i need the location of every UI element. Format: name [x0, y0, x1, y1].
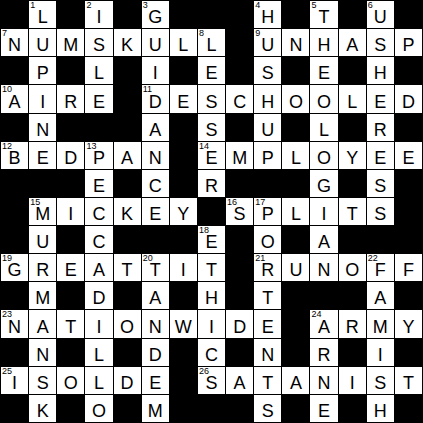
- cell-r9c6[interactable]: I: [170, 254, 197, 281]
- cell-r0c11[interactable]: 5T: [310, 1, 337, 28]
- cell-r5c1[interactable]: E: [29, 142, 56, 169]
- cell-letter: N: [149, 318, 162, 338]
- cell-r6c13[interactable]: S: [367, 170, 394, 197]
- cell-r6c7[interactable]: R: [198, 170, 225, 197]
- cell-r11c13[interactable]: M: [367, 310, 394, 337]
- cell-r8c3[interactable]: C: [85, 226, 112, 253]
- clue-number-8: 8: [199, 29, 204, 39]
- cell-letter: A: [346, 36, 358, 56]
- cell-r1c0[interactable]: 7N: [1, 29, 28, 56]
- clue-number-15: 15: [30, 198, 40, 208]
- cell-letter: I: [68, 205, 73, 225]
- cell-r1c11[interactable]: H: [310, 29, 337, 56]
- cell-r10c9[interactable]: T: [254, 282, 281, 309]
- clue-number-23: 23: [2, 310, 12, 320]
- black-cell-r2c12: [339, 57, 366, 84]
- cell-letter: B: [9, 149, 21, 169]
- cell-letter: M: [63, 36, 78, 56]
- cell-r5c14[interactable]: E: [395, 142, 422, 169]
- cell-r1c9[interactable]: 9U: [254, 29, 281, 56]
- black-cell-r10c0: [1, 282, 28, 309]
- cell-r13c11[interactable]: N: [310, 367, 337, 394]
- cell-letter: M: [148, 402, 163, 422]
- black-cell-r3c4: [114, 85, 141, 112]
- clue-number-17: 17: [255, 198, 265, 208]
- cell-r9c1[interactable]: R: [29, 254, 56, 281]
- clue-number-25: 25: [2, 367, 12, 377]
- cell-letter: U: [374, 8, 387, 28]
- black-cell-r0c7: [198, 1, 225, 28]
- cell-letter: U: [261, 121, 274, 141]
- cell-r5c7[interactable]: 14E: [198, 142, 225, 169]
- cell-r4c9[interactable]: U: [254, 114, 281, 141]
- cell-r11c12[interactable]: R: [339, 310, 366, 337]
- cell-r3c8[interactable]: C: [226, 85, 253, 112]
- cell-r7c10[interactable]: L: [282, 198, 309, 225]
- cell-letter: T: [150, 261, 161, 281]
- cell-r4c7[interactable]: S: [198, 114, 225, 141]
- cell-r3c0[interactable]: 10A: [1, 85, 28, 112]
- clue-number-24: 24: [311, 310, 321, 320]
- cell-letter: R: [36, 261, 49, 281]
- cell-letter: Y: [177, 205, 189, 225]
- cell-letter: M: [232, 149, 247, 169]
- cell-r13c1[interactable]: S: [29, 367, 56, 394]
- cell-letter: H: [374, 64, 387, 84]
- cell-letter: C: [233, 93, 246, 113]
- cell-letter: S: [234, 205, 246, 225]
- black-cell-r14c2: [57, 395, 84, 422]
- black-cell-r12c0: [1, 339, 28, 366]
- cell-r5c8[interactable]: M: [226, 142, 253, 169]
- cell-r5c0[interactable]: 12B: [1, 142, 28, 169]
- black-cell-r10c11: [310, 282, 337, 309]
- cell-letter: H: [261, 8, 274, 28]
- cell-r2c7[interactable]: E: [198, 57, 225, 84]
- black-cell-r7c14: [395, 198, 422, 225]
- cell-r13c3[interactable]: L: [85, 367, 112, 394]
- cell-letter: T: [403, 374, 414, 394]
- cell-letter: D: [233, 318, 246, 338]
- cell-r9c12[interactable]: O: [339, 254, 366, 281]
- cell-letter: P: [402, 36, 414, 56]
- cell-r14c1[interactable]: K: [29, 395, 56, 422]
- cell-r5c10[interactable]: L: [282, 142, 309, 169]
- black-cell-r10c6: [170, 282, 197, 309]
- cell-r7c6[interactable]: Y: [170, 198, 197, 225]
- cell-r10c13[interactable]: A: [367, 282, 394, 309]
- cell-r10c1[interactable]: M: [29, 282, 56, 309]
- cell-r10c5[interactable]: A: [142, 282, 169, 309]
- cell-letter: T: [347, 205, 358, 225]
- cell-letter: O: [317, 149, 331, 169]
- cell-letter: G: [8, 261, 22, 281]
- cell-letter: S: [93, 36, 105, 56]
- cell-r9c3[interactable]: A: [85, 254, 112, 281]
- cell-r9c13[interactable]: 22F: [367, 254, 394, 281]
- cell-letter: S: [262, 64, 274, 84]
- black-cell-r0c14: [395, 1, 422, 28]
- cell-letter: I: [96, 318, 101, 338]
- cell-letter: D: [64, 149, 77, 169]
- cell-r1c7[interactable]: 8L: [198, 29, 225, 56]
- cell-r7c5[interactable]: E: [142, 198, 169, 225]
- black-cell-r6c12: [339, 170, 366, 197]
- clue-number-16: 16: [227, 198, 237, 208]
- cell-r13c5[interactable]: E: [142, 367, 169, 394]
- black-cell-r6c6: [170, 170, 197, 197]
- cell-r2c13[interactable]: H: [367, 57, 394, 84]
- clue-number-7: 7: [2, 29, 7, 39]
- cell-r1c14[interactable]: P: [395, 29, 422, 56]
- cell-r2c5[interactable]: I: [142, 57, 169, 84]
- cell-r11c1[interactable]: A: [29, 310, 56, 337]
- black-cell-r8c4: [114, 226, 141, 253]
- cell-r9c7[interactable]: T: [198, 254, 225, 281]
- cell-letter: S: [37, 374, 49, 394]
- cell-r13c14[interactable]: T: [395, 367, 422, 394]
- black-cell-r4c6: [170, 114, 197, 141]
- cell-r13c12[interactable]: I: [339, 367, 366, 394]
- black-cell-r4c2: [57, 114, 84, 141]
- cell-r3c3[interactable]: E: [85, 85, 112, 112]
- cell-r6c11[interactable]: G: [310, 170, 337, 197]
- cell-r13c0[interactable]: 25I: [1, 367, 28, 394]
- cell-letter: E: [318, 402, 330, 422]
- cell-letter: I: [96, 8, 101, 28]
- cell-letter: T: [319, 8, 330, 28]
- cell-r7c1[interactable]: 15M: [29, 198, 56, 225]
- cell-r3c7[interactable]: S: [198, 85, 225, 112]
- cell-r12c9[interactable]: N: [254, 339, 281, 366]
- clue-number-12: 12: [2, 142, 12, 152]
- cell-r6c5[interactable]: C: [142, 170, 169, 197]
- cell-r13c4[interactable]: D: [114, 367, 141, 394]
- cell-r12c3[interactable]: L: [85, 339, 112, 366]
- cell-r2c11[interactable]: E: [310, 57, 337, 84]
- clue-number-18: 18: [199, 226, 209, 236]
- cell-r5c4[interactable]: A: [114, 142, 141, 169]
- cell-r2c3[interactable]: L: [85, 57, 112, 84]
- cell-letter: N: [8, 36, 21, 56]
- black-cell-r14c6: [170, 395, 197, 422]
- cell-letter: A: [318, 233, 330, 253]
- cell-letter: T: [262, 374, 273, 394]
- cell-letter: N: [289, 36, 302, 56]
- cell-letter: R: [64, 93, 77, 113]
- cell-r3c6[interactable]: E: [170, 85, 197, 112]
- cell-r8c1[interactable]: U: [29, 226, 56, 253]
- cell-r13c9[interactable]: T: [254, 367, 281, 394]
- cell-letter: N: [261, 346, 274, 366]
- cell-r9c2[interactable]: E: [57, 254, 84, 281]
- cell-letter: F: [375, 261, 386, 281]
- cell-letter: E: [93, 177, 105, 197]
- cell-r3c12[interactable]: L: [339, 85, 366, 112]
- cell-letter: P: [262, 205, 274, 225]
- cell-r1c3[interactable]: S: [85, 29, 112, 56]
- cell-r7c12[interactable]: T: [339, 198, 366, 225]
- black-cell-r4c4: [114, 114, 141, 141]
- clue-number-22: 22: [368, 254, 378, 264]
- cell-letter: E: [205, 64, 217, 84]
- cell-letter: A: [374, 289, 386, 309]
- cell-letter: U: [261, 36, 274, 56]
- cell-r0c13[interactable]: 6U: [367, 1, 394, 28]
- cell-r13c10[interactable]: A: [282, 367, 309, 394]
- cell-letter: E: [318, 64, 330, 84]
- cell-r14c5[interactable]: M: [142, 395, 169, 422]
- cell-r9c11[interactable]: N: [310, 254, 337, 281]
- cell-letter: N: [36, 121, 49, 141]
- cell-r1c12[interactable]: A: [339, 29, 366, 56]
- cell-r4c5[interactable]: A: [142, 114, 169, 141]
- cell-r12c13[interactable]: I: [367, 339, 394, 366]
- black-cell-r4c0: [1, 114, 28, 141]
- black-cell-r2c0: [1, 57, 28, 84]
- cell-r11c11[interactable]: 24A: [310, 310, 337, 337]
- cell-letter: C: [205, 346, 218, 366]
- cell-r3c9[interactable]: H: [254, 85, 281, 112]
- cell-r1c6[interactable]: L: [170, 29, 197, 56]
- cell-r0c3[interactable]: 2I: [85, 1, 112, 28]
- cell-letter: R: [261, 261, 274, 281]
- black-cell-r8c12: [339, 226, 366, 253]
- cell-r13c2[interactable]: O: [57, 367, 84, 394]
- cell-letter: D: [402, 93, 415, 113]
- cell-letter: T: [206, 261, 217, 281]
- cell-letter: C: [92, 205, 105, 225]
- cell-r5c5[interactable]: N: [142, 142, 169, 169]
- cell-r11c9[interactable]: E: [254, 310, 281, 337]
- cell-r3c1[interactable]: I: [29, 85, 56, 112]
- cell-r7c3[interactable]: C: [85, 198, 112, 225]
- cell-r11c7[interactable]: I: [198, 310, 225, 337]
- cell-r9c14[interactable]: F: [395, 254, 422, 281]
- cell-r2c1[interactable]: P: [29, 57, 56, 84]
- black-cell-r12c8: [226, 339, 253, 366]
- cell-r8c7[interactable]: 18E: [198, 226, 225, 253]
- cell-r12c11[interactable]: R: [310, 339, 337, 366]
- cell-r9c4[interactable]: T: [114, 254, 141, 281]
- cell-r4c1[interactable]: N: [29, 114, 56, 141]
- clue-number-5: 5: [311, 1, 316, 11]
- cell-letter: P: [37, 64, 49, 84]
- cell-r13c7[interactable]: 26S: [198, 367, 225, 394]
- cell-letter: N: [8, 318, 21, 338]
- cell-letter: H: [205, 289, 218, 309]
- cell-r7c2[interactable]: I: [57, 198, 84, 225]
- cell-r5c12[interactable]: Y: [339, 142, 366, 169]
- cell-letter: D: [149, 93, 162, 113]
- cell-r11c4[interactable]: O: [114, 310, 141, 337]
- cell-r11c3[interactable]: I: [85, 310, 112, 337]
- cell-letter: O: [64, 374, 78, 394]
- cell-r9c10[interactable]: U: [282, 254, 309, 281]
- cell-r7c8[interactable]: 16S: [226, 198, 253, 225]
- black-cell-r0c12: [339, 1, 366, 28]
- cell-letter: L: [94, 374, 104, 394]
- cell-r11c6[interactable]: W: [170, 310, 197, 337]
- cell-letter: O: [92, 402, 106, 422]
- cell-r1c2[interactable]: M: [57, 29, 84, 56]
- cell-r14c13[interactable]: H: [367, 395, 394, 422]
- cell-r9c5[interactable]: 20T: [142, 254, 169, 281]
- cell-letter: P: [93, 149, 105, 169]
- cell-letter: L: [291, 149, 301, 169]
- cell-letter: L: [178, 36, 188, 56]
- cell-letter: N: [36, 346, 49, 366]
- black-cell-r10c4: [114, 282, 141, 309]
- black-cell-r9c8: [226, 254, 253, 281]
- cell-r7c4[interactable]: K: [114, 198, 141, 225]
- cell-letter: M: [35, 289, 50, 309]
- clue-number-6: 6: [368, 1, 373, 11]
- cell-letter: U: [289, 261, 302, 281]
- clue-number-11: 11: [143, 85, 152, 95]
- cell-letter: R: [374, 121, 387, 141]
- cell-r11c2[interactable]: T: [57, 310, 84, 337]
- cell-letter: E: [93, 93, 105, 113]
- cell-r0c9[interactable]: 4H: [254, 1, 281, 28]
- black-cell-r12c12: [339, 339, 366, 366]
- black-cell-r4c14: [395, 114, 422, 141]
- cell-letter: S: [205, 121, 217, 141]
- cell-r12c1[interactable]: N: [29, 339, 56, 366]
- cell-letter: R: [205, 177, 218, 197]
- black-cell-r8c13: [367, 226, 394, 253]
- cell-r3c14[interactable]: D: [395, 85, 422, 112]
- cell-letter: E: [149, 374, 161, 394]
- black-cell-r0c0: [1, 1, 28, 28]
- cell-r8c11[interactable]: A: [310, 226, 337, 253]
- cell-letter: K: [121, 36, 133, 56]
- black-cell-r2c4: [114, 57, 141, 84]
- cell-r6c3[interactable]: E: [85, 170, 112, 197]
- cell-letter: H: [374, 402, 387, 422]
- cell-letter: L: [206, 36, 216, 56]
- cell-r7c13[interactable]: S: [367, 198, 394, 225]
- cell-letter: E: [374, 93, 386, 113]
- cell-letter: O: [289, 93, 303, 113]
- cell-r7c11[interactable]: I: [310, 198, 337, 225]
- cell-letter: E: [177, 93, 189, 113]
- cell-r9c0[interactable]: 19G: [1, 254, 28, 281]
- cell-r2c9[interactable]: S: [254, 57, 281, 84]
- cell-r11c8[interactable]: D: [226, 310, 253, 337]
- cell-r14c11[interactable]: E: [310, 395, 337, 422]
- cell-letter: A: [149, 289, 161, 309]
- cell-letter: L: [38, 8, 48, 28]
- cell-r11c5[interactable]: N: [142, 310, 169, 337]
- cell-r10c7[interactable]: H: [198, 282, 225, 309]
- black-cell-r2c6: [170, 57, 197, 84]
- black-cell-r12c2: [57, 339, 84, 366]
- cell-r1c4[interactable]: K: [114, 29, 141, 56]
- cell-r12c5[interactable]: D: [142, 339, 169, 366]
- cell-r13c13[interactable]: S: [367, 367, 394, 394]
- cell-r14c9[interactable]: S: [254, 395, 281, 422]
- cell-r1c1[interactable]: U: [29, 29, 56, 56]
- cell-r10c3[interactable]: D: [85, 282, 112, 309]
- cell-letter: I: [378, 346, 383, 366]
- black-cell-r8c2: [57, 226, 84, 253]
- cell-r3c11[interactable]: O: [310, 85, 337, 112]
- cell-letter: I: [40, 93, 45, 113]
- cell-r3c13[interactable]: E: [367, 85, 394, 112]
- cell-letter: I: [350, 374, 355, 394]
- clue-number-9: 9: [255, 29, 260, 39]
- cell-r7c9[interactable]: 17P: [254, 198, 281, 225]
- cell-r12c7[interactable]: C: [198, 339, 225, 366]
- black-cell-r8c14: [395, 226, 422, 253]
- cell-letter: H: [318, 36, 331, 56]
- black-cell-r8c8: [226, 226, 253, 253]
- cell-r1c10[interactable]: N: [282, 29, 309, 56]
- black-cell-r6c9: [254, 170, 281, 197]
- black-cell-r10c8: [226, 282, 253, 309]
- cell-r1c5[interactable]: U: [142, 29, 169, 56]
- cell-r8c9[interactable]: O: [254, 226, 281, 253]
- cell-r5c2[interactable]: D: [57, 142, 84, 169]
- cell-letter: F: [403, 261, 414, 281]
- cell-letter: C: [92, 233, 105, 253]
- clue-number-26: 26: [199, 367, 209, 377]
- cell-r4c13[interactable]: R: [367, 114, 394, 141]
- cell-letter: L: [94, 346, 104, 366]
- black-cell-r14c4: [114, 395, 141, 422]
- crossword-puzzle: 1L2I3G4H5T6U7NUMSKUL8L9UNHASPPLIESEH10AI…: [0, 0, 423, 423]
- clue-number-14: 14: [199, 142, 209, 152]
- cell-r5c13[interactable]: E: [367, 142, 394, 169]
- black-cell-r4c12: [339, 114, 366, 141]
- cell-letter: G: [148, 8, 162, 28]
- cell-r4c11[interactable]: L: [310, 114, 337, 141]
- cell-r11c14[interactable]: Y: [395, 310, 422, 337]
- cell-letter: A: [9, 93, 21, 113]
- cell-r0c5[interactable]: 3G: [142, 1, 169, 28]
- cell-letter: D: [121, 374, 134, 394]
- cell-r13c8[interactable]: A: [226, 367, 253, 394]
- cell-r14c3[interactable]: O: [85, 395, 112, 422]
- black-cell-r6c1: [29, 170, 56, 197]
- clue-number-19: 19: [2, 254, 12, 264]
- cell-letter: H: [261, 93, 274, 113]
- cell-r1c13[interactable]: S: [367, 29, 394, 56]
- black-cell-r5c6: [170, 142, 197, 169]
- cell-letter: S: [262, 402, 274, 422]
- cell-letter: A: [149, 121, 161, 141]
- black-cell-r12c4: [114, 339, 141, 366]
- cell-r5c11[interactable]: O: [310, 142, 337, 169]
- cell-r3c5[interactable]: 11D: [142, 85, 169, 112]
- black-cell-r14c0: [1, 395, 28, 422]
- cell-r3c2[interactable]: R: [57, 85, 84, 112]
- cell-letter: I: [181, 261, 186, 281]
- cell-r3c10[interactable]: O: [282, 85, 309, 112]
- cell-r5c9[interactable]: P: [254, 142, 281, 169]
- cell-r11c0[interactable]: 23N: [1, 310, 28, 337]
- cell-r9c9[interactable]: 21R: [254, 254, 281, 281]
- cell-letter: M: [35, 205, 50, 225]
- cell-letter: L: [94, 64, 104, 84]
- cell-letter: R: [346, 318, 359, 338]
- cell-letter: E: [149, 205, 161, 225]
- cell-r5c3[interactable]: 13P: [85, 142, 112, 169]
- black-cell-r12c6: [170, 339, 197, 366]
- black-cell-r2c14: [395, 57, 422, 84]
- cell-r0c1[interactable]: 1L: [29, 1, 56, 28]
